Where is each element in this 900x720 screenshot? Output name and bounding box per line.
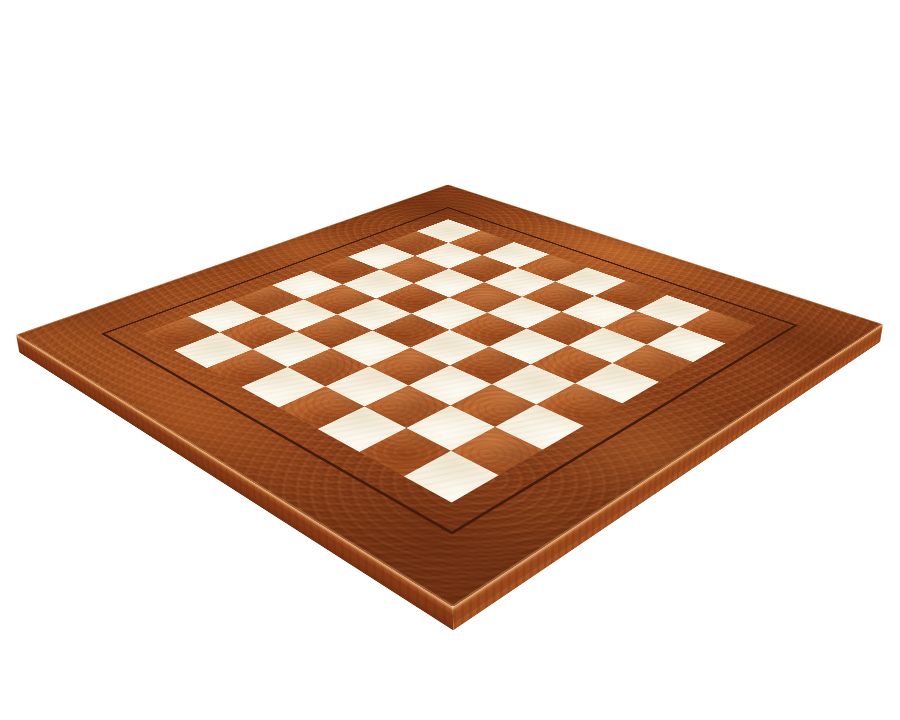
board-square xyxy=(450,384,536,427)
board-square xyxy=(406,405,495,450)
board-square xyxy=(489,329,568,365)
board-square xyxy=(332,330,411,366)
board-square xyxy=(278,386,364,429)
board-square xyxy=(241,367,324,407)
board-square xyxy=(451,427,543,475)
board-square xyxy=(253,331,332,367)
board-square xyxy=(317,406,406,451)
board-tilt-wrapper xyxy=(139,19,759,639)
board-square xyxy=(492,364,575,404)
board-square xyxy=(288,348,369,386)
board-square xyxy=(495,404,584,449)
board-square xyxy=(359,428,451,477)
chess-board xyxy=(16,184,883,607)
chess-board-photo xyxy=(0,0,900,720)
board-square xyxy=(647,327,726,362)
board-square xyxy=(568,328,647,364)
board-square xyxy=(174,332,253,368)
board-square xyxy=(404,451,499,503)
playing-field xyxy=(143,219,755,502)
board-square xyxy=(410,330,489,366)
board-square xyxy=(408,365,491,405)
board-scene xyxy=(143,23,756,636)
board-square xyxy=(450,346,531,384)
board-square xyxy=(612,344,693,382)
board-square xyxy=(364,385,450,428)
board-square xyxy=(325,366,408,406)
board-square xyxy=(537,383,623,426)
board-square xyxy=(369,347,450,385)
board-square xyxy=(575,363,658,403)
board-top-face xyxy=(16,184,883,607)
board-square xyxy=(207,349,288,387)
board-square xyxy=(531,345,612,383)
